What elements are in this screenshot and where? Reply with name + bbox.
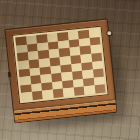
board-frame (4, 18, 116, 111)
board-square (94, 85, 105, 94)
board-square (84, 86, 95, 95)
board-square (73, 87, 84, 96)
hinge-notch (8, 72, 12, 78)
board-border-strip (12, 26, 109, 105)
board-square (21, 92, 32, 101)
chess-board-grid (15, 29, 105, 102)
board-square (32, 91, 43, 100)
board-square (52, 89, 63, 98)
table-surface (0, 0, 140, 140)
chess-box (4, 18, 117, 123)
board-square (42, 90, 53, 99)
